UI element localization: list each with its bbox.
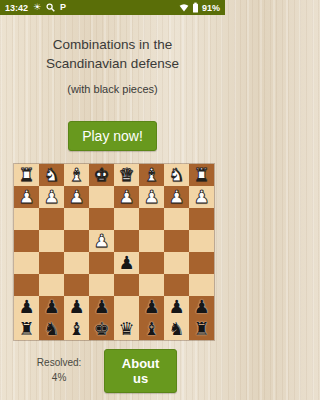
board-square [139,274,164,296]
board-square [89,208,114,230]
board-square: ♟ [14,296,39,318]
board-square [89,252,114,274]
board-square: ♝ [139,318,164,340]
board-square: ♟ [39,186,64,208]
page-title: Combinations in the Scandinavian defense [0,36,225,74]
board-square: ♟ [64,296,89,318]
title-line-2: Scandinavian defense [0,55,225,74]
board-square [139,252,164,274]
black-pawn: ♟ [93,296,109,318]
white-pawn: ♟ [193,186,209,208]
board-square: ♟ [139,296,164,318]
board-square [14,208,39,230]
title-line-1: Combinations in the [0,36,225,55]
board-square [114,296,139,318]
board-square: ♟ [114,186,139,208]
chess-board: ♜♞♝♚♛♝♞♜♟♟♟♟♟♟♟♟♟♟♟♟♟♟♟♟♜♞♝♚♛♝♞♜ [14,164,214,340]
brightness-icon: ☀ [33,3,41,12]
board-square: ♞ [164,164,189,186]
board-square [139,230,164,252]
white-queen: ♛ [118,164,134,186]
board-square: ♝ [64,318,89,340]
board-square [89,274,114,296]
board-square: ♟ [189,296,214,318]
white-bishop: ♝ [143,164,159,186]
resolved-stat: Resolved: 4% [14,356,104,385]
white-pawn: ♟ [118,186,134,208]
white-pawn: ♟ [43,186,59,208]
white-pawn: ♟ [18,186,34,208]
board-square [39,274,64,296]
battery-icon [192,2,199,13]
board-square: ♟ [139,186,164,208]
p-notification-icon: P [60,3,66,12]
white-king: ♚ [93,164,109,186]
board-square: ♜ [14,164,39,186]
clock: 13:42 [5,3,28,13]
board-square [189,274,214,296]
search-icon [46,3,55,12]
board-square [64,252,89,274]
board-square [139,208,164,230]
board-square [164,230,189,252]
play-now-button[interactable]: Play now! [68,121,157,151]
board-square [64,230,89,252]
page-subtitle: (with black pieces) [0,83,225,95]
board-square [164,208,189,230]
board-square [89,186,114,208]
board-square: ♟ [164,296,189,318]
black-bishop: ♝ [68,318,84,340]
black-queen: ♛ [118,318,134,340]
board-square [14,252,39,274]
board-square: ♛ [114,318,139,340]
black-pawn: ♟ [143,296,159,318]
board-square [14,274,39,296]
board-square: ♜ [189,318,214,340]
board-square: ♛ [114,164,139,186]
resolved-label: Resolved: [14,356,104,371]
board-square: ♟ [189,186,214,208]
white-pawn: ♟ [68,186,84,208]
black-pawn: ♟ [68,296,84,318]
white-rook: ♜ [18,164,34,186]
board-square [64,274,89,296]
white-pawn: ♟ [143,186,159,208]
board-square [114,208,139,230]
board-square: ♟ [39,296,64,318]
board-square: ♟ [114,252,139,274]
board-square: ♟ [64,186,89,208]
board-square: ♜ [14,318,39,340]
board-square [39,252,64,274]
board-square: ♞ [39,164,64,186]
board-square [14,230,39,252]
black-knight: ♞ [43,318,59,340]
board-square: ♝ [139,164,164,186]
board-square: ♚ [89,164,114,186]
black-pawn: ♟ [43,296,59,318]
black-bishop: ♝ [143,318,159,340]
board-square [189,208,214,230]
black-rook: ♜ [18,318,34,340]
board-square: ♟ [89,296,114,318]
board-square: ♜ [189,164,214,186]
black-knight: ♞ [168,318,184,340]
board-square [64,208,89,230]
board-square: ♝ [64,164,89,186]
board-square: ♚ [89,318,114,340]
white-pawn: ♟ [168,186,184,208]
white-knight: ♞ [43,164,59,186]
black-pawn: ♟ [168,296,184,318]
board-square: ♞ [39,318,64,340]
board-square [189,252,214,274]
white-bishop: ♝ [68,164,84,186]
black-pawn: ♟ [18,296,34,318]
wifi-icon [179,3,189,12]
white-pawn: ♟ [93,230,109,252]
footer: Resolved: 4% About us [0,349,225,393]
white-rook: ♜ [193,164,209,186]
black-rook: ♜ [193,318,209,340]
black-pawn: ♟ [193,296,209,318]
status-bar: 13:42 ☀ P 91% [0,0,225,15]
white-knight: ♞ [168,164,184,186]
board-square [164,252,189,274]
board-square [114,230,139,252]
battery-percent: 91% [202,3,220,13]
black-pawn: ♟ [118,252,134,274]
board-square: ♞ [164,318,189,340]
board-square [114,274,139,296]
board-square: ♟ [89,230,114,252]
board-square [39,208,64,230]
resolved-value: 4% [14,371,104,386]
board-square: ♟ [14,186,39,208]
board-square: ♟ [164,186,189,208]
board-square [164,274,189,296]
about-us-button[interactable]: About us [104,349,177,393]
board-square [189,230,214,252]
board-square [39,230,64,252]
black-king: ♚ [93,318,109,340]
